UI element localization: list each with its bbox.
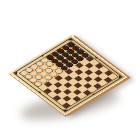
border-dot-bottom [92,93,95,95]
border-dot-left [38,91,41,93]
photo-canvas: ●●●●●●●●●●●●●●●●●●●●●●●●●●●●●●●●●●●●●●●● [0,0,140,140]
